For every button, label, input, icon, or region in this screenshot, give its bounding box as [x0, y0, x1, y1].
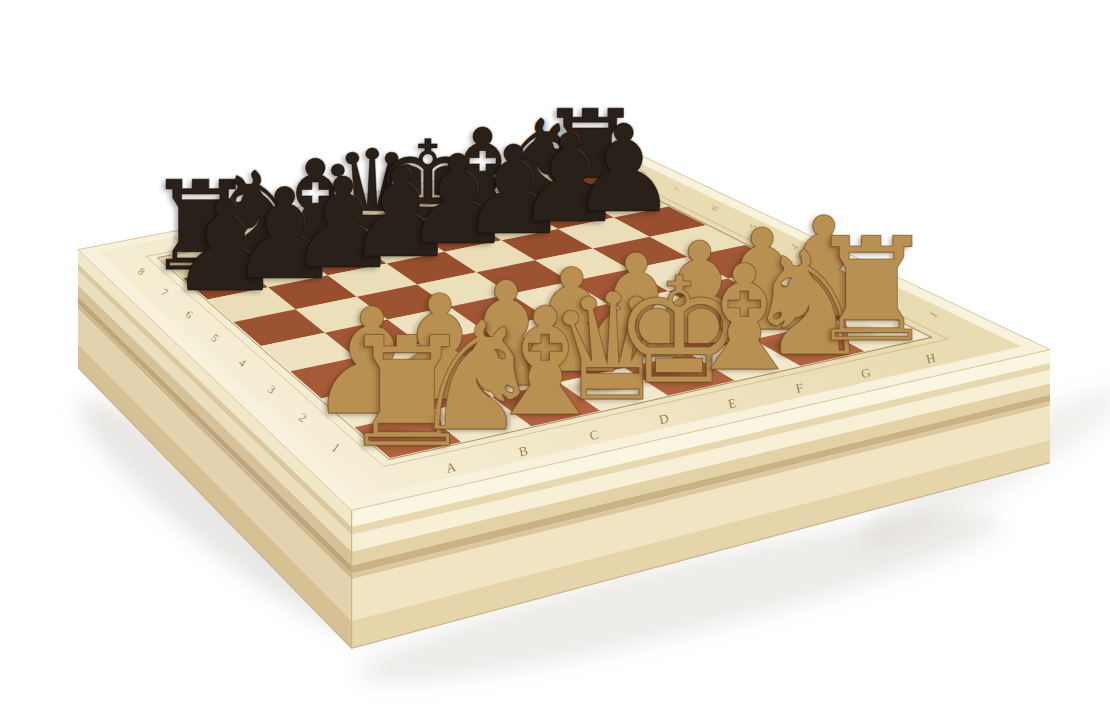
chess-set-scene: AABBCCDDEEFFGGHH1122334455667788 ♜♞♝♛♚♝♞…: [0, 0, 1110, 712]
piece-white-rook-h1[interactable]: ♜: [807, 219, 935, 362]
pieces-layer: ♜♞♝♛♚♝♞♜♟♟♟♟♟♟♟♟♟♟♟♟♟♟♟♟♜♞♝♛♚♝♞♜: [0, 0, 1110, 712]
